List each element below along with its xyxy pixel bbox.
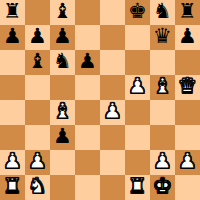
square-h2[interactable]: ♟ (175, 150, 200, 175)
square-c7[interactable]: ♟ (50, 25, 75, 50)
black-pawn-icon[interactable]: ♟ (78, 50, 97, 74)
black-queen-icon[interactable]: ♛ (153, 25, 172, 49)
chess-board-container: ♜♝♚♞♜♟♟♟♛♟♝♞♟♟♝♛♝♟♟♟♟♟♟♜♞♜♚ (0, 0, 200, 200)
square-f7[interactable] (125, 25, 150, 50)
black-bishop-icon[interactable]: ♝ (28, 50, 47, 74)
square-e3[interactable] (100, 125, 125, 150)
white-queen-icon[interactable]: ♛ (178, 75, 197, 99)
square-d7[interactable] (75, 25, 100, 50)
square-d2[interactable] (75, 150, 100, 175)
square-d6[interactable]: ♟ (75, 50, 100, 75)
chess-board: ♜♝♚♞♜♟♟♟♛♟♝♞♟♟♝♛♝♟♟♟♟♟♟♜♞♜♚ (0, 0, 200, 200)
black-pawn-icon[interactable]: ♟ (53, 125, 72, 149)
square-f4[interactable] (125, 100, 150, 125)
black-pawn-icon[interactable]: ♟ (53, 25, 72, 49)
square-c3[interactable]: ♟ (50, 125, 75, 150)
square-b6[interactable]: ♝ (25, 50, 50, 75)
square-h6[interactable] (175, 50, 200, 75)
black-pawn-icon[interactable]: ♟ (178, 25, 197, 49)
white-knight-icon[interactable]: ♞ (28, 175, 47, 199)
white-pawn-icon[interactable]: ♟ (103, 100, 122, 124)
square-c2[interactable] (50, 150, 75, 175)
square-h8[interactable]: ♜ (175, 0, 200, 25)
square-a7[interactable]: ♟ (0, 25, 25, 50)
square-f2[interactable] (125, 150, 150, 175)
square-e2[interactable] (100, 150, 125, 175)
square-h5[interactable]: ♛ (175, 75, 200, 100)
square-b2[interactable]: ♟ (25, 150, 50, 175)
black-knight-icon[interactable]: ♞ (53, 50, 72, 74)
square-d4[interactable] (75, 100, 100, 125)
white-pawn-icon[interactable]: ♟ (3, 150, 22, 174)
square-h1[interactable] (175, 175, 200, 200)
square-g1[interactable]: ♚ (150, 175, 175, 200)
square-b1[interactable]: ♞ (25, 175, 50, 200)
square-b5[interactable] (25, 75, 50, 100)
square-c8[interactable]: ♝ (50, 0, 75, 25)
square-d3[interactable] (75, 125, 100, 150)
square-b3[interactable] (25, 125, 50, 150)
square-d5[interactable] (75, 75, 100, 100)
square-e4[interactable]: ♟ (100, 100, 125, 125)
square-g8[interactable]: ♞ (150, 0, 175, 25)
square-a8[interactable]: ♜ (0, 0, 25, 25)
black-knight-icon[interactable]: ♞ (153, 0, 172, 24)
square-g4[interactable] (150, 100, 175, 125)
square-f1[interactable]: ♜ (125, 175, 150, 200)
square-c5[interactable] (50, 75, 75, 100)
square-e1[interactable] (100, 175, 125, 200)
white-pawn-icon[interactable]: ♟ (178, 150, 197, 174)
white-pawn-icon[interactable]: ♟ (128, 75, 147, 99)
square-b7[interactable]: ♟ (25, 25, 50, 50)
square-g7[interactable]: ♛ (150, 25, 175, 50)
square-a1[interactable]: ♜ (0, 175, 25, 200)
square-c4[interactable]: ♝ (50, 100, 75, 125)
white-pawn-icon[interactable]: ♟ (28, 150, 47, 174)
square-f6[interactable] (125, 50, 150, 75)
square-b4[interactable] (25, 100, 50, 125)
square-g3[interactable] (150, 125, 175, 150)
square-c6[interactable]: ♞ (50, 50, 75, 75)
square-d8[interactable] (75, 0, 100, 25)
square-e5[interactable] (100, 75, 125, 100)
black-pawn-icon[interactable]: ♟ (3, 25, 22, 49)
square-f5[interactable]: ♟ (125, 75, 150, 100)
black-rook-icon[interactable]: ♜ (178, 0, 197, 24)
black-bishop-icon[interactable]: ♝ (53, 0, 72, 24)
square-b8[interactable] (25, 0, 50, 25)
white-bishop-icon[interactable]: ♝ (53, 100, 72, 124)
square-a2[interactable]: ♟ (0, 150, 25, 175)
square-h3[interactable] (175, 125, 200, 150)
square-f8[interactable]: ♚ (125, 0, 150, 25)
black-rook-icon[interactable]: ♜ (3, 0, 22, 24)
black-king-icon[interactable]: ♚ (128, 0, 147, 24)
square-g2[interactable]: ♟ (150, 150, 175, 175)
white-rook-icon[interactable]: ♜ (3, 175, 22, 199)
white-bishop-icon[interactable]: ♝ (153, 75, 172, 99)
square-h4[interactable] (175, 100, 200, 125)
square-g5[interactable]: ♝ (150, 75, 175, 100)
square-e8[interactable] (100, 0, 125, 25)
square-c1[interactable] (50, 175, 75, 200)
black-pawn-icon[interactable]: ♟ (28, 25, 47, 49)
square-g6[interactable] (150, 50, 175, 75)
white-king-icon[interactable]: ♚ (153, 175, 172, 199)
square-f3[interactable] (125, 125, 150, 150)
white-pawn-icon[interactable]: ♟ (153, 150, 172, 174)
square-h7[interactable]: ♟ (175, 25, 200, 50)
square-d1[interactable] (75, 175, 100, 200)
square-e6[interactable] (100, 50, 125, 75)
square-a5[interactable] (0, 75, 25, 100)
square-e7[interactable] (100, 25, 125, 50)
square-a6[interactable] (0, 50, 25, 75)
square-a3[interactable] (0, 125, 25, 150)
square-a4[interactable] (0, 100, 25, 125)
white-rook-icon[interactable]: ♜ (128, 175, 147, 199)
